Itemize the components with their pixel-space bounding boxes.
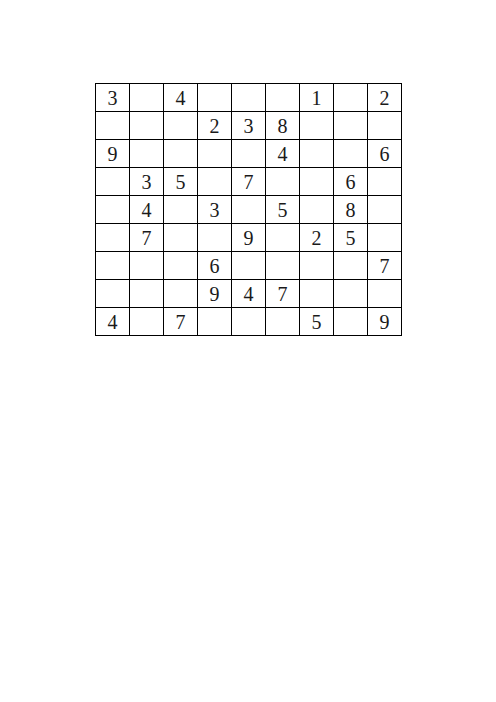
cell-r1c9[interactable]: 2 xyxy=(368,84,402,112)
cell-r6c1[interactable] xyxy=(96,224,130,252)
given-digit: 7 xyxy=(176,312,186,332)
cell-r3c7[interactable] xyxy=(300,140,334,168)
given-digit: 8 xyxy=(346,200,356,220)
cell-r8c1[interactable] xyxy=(96,280,130,308)
given-digit: 4 xyxy=(142,200,152,220)
given-digit: 9 xyxy=(108,144,118,164)
cell-r2c7[interactable] xyxy=(300,112,334,140)
given-digit: 5 xyxy=(176,172,186,192)
cell-r1c7[interactable]: 1 xyxy=(300,84,334,112)
cell-r5c3[interactable] xyxy=(164,196,198,224)
given-digit: 9 xyxy=(210,284,220,304)
given-digit: 2 xyxy=(380,88,390,108)
cell-r6c7[interactable]: 2 xyxy=(300,224,334,252)
given-digit: 5 xyxy=(312,312,322,332)
cell-r7c7[interactable] xyxy=(300,252,334,280)
cell-r4c1[interactable] xyxy=(96,168,130,196)
cell-r9c1[interactable]: 4 xyxy=(96,308,130,336)
cell-r4c3[interactable]: 5 xyxy=(164,168,198,196)
cell-r2c5[interactable]: 3 xyxy=(232,112,266,140)
cell-r9c2[interactable] xyxy=(130,308,164,336)
cell-r7c3[interactable] xyxy=(164,252,198,280)
cell-r3c4[interactable] xyxy=(198,140,232,168)
cell-r7c4[interactable]: 6 xyxy=(198,252,232,280)
cell-r8c8[interactable] xyxy=(334,280,368,308)
cell-r1c6[interactable] xyxy=(266,84,300,112)
cell-r7c9[interactable]: 7 xyxy=(368,252,402,280)
cell-r6c2[interactable]: 7 xyxy=(130,224,164,252)
given-digit: 5 xyxy=(346,228,356,248)
cell-r1c3[interactable]: 4 xyxy=(164,84,198,112)
given-digit: 6 xyxy=(210,256,220,276)
cell-r2c4[interactable]: 2 xyxy=(198,112,232,140)
cell-r3c5[interactable] xyxy=(232,140,266,168)
given-digit: 6 xyxy=(380,144,390,164)
cell-r5c9[interactable] xyxy=(368,196,402,224)
cell-r7c6[interactable] xyxy=(266,252,300,280)
given-digit: 5 xyxy=(278,200,288,220)
given-digit: 4 xyxy=(244,284,254,304)
cell-r5c7[interactable] xyxy=(300,196,334,224)
cell-r4c6[interactable] xyxy=(266,168,300,196)
given-digit: 2 xyxy=(312,228,322,248)
cell-r9c8[interactable] xyxy=(334,308,368,336)
cell-r6c8[interactable]: 5 xyxy=(334,224,368,252)
given-digit: 9 xyxy=(244,228,254,248)
cell-r6c6[interactable] xyxy=(266,224,300,252)
cell-r4c4[interactable] xyxy=(198,168,232,196)
cell-r6c9[interactable] xyxy=(368,224,402,252)
cell-r6c5[interactable]: 9 xyxy=(232,224,266,252)
cell-r1c5[interactable] xyxy=(232,84,266,112)
given-digit: 7 xyxy=(380,256,390,276)
cell-r9c4[interactable] xyxy=(198,308,232,336)
cell-r9c9[interactable]: 9 xyxy=(368,308,402,336)
given-digit: 3 xyxy=(210,200,220,220)
cell-r2c9[interactable] xyxy=(368,112,402,140)
given-digit: 4 xyxy=(176,88,186,108)
cell-r1c4[interactable] xyxy=(198,84,232,112)
cell-r4c2[interactable]: 3 xyxy=(130,168,164,196)
given-digit: 3 xyxy=(108,88,118,108)
cell-r4c8[interactable]: 6 xyxy=(334,168,368,196)
cell-r4c9[interactable] xyxy=(368,168,402,196)
cell-r8c9[interactable] xyxy=(368,280,402,308)
cell-r4c7[interactable] xyxy=(300,168,334,196)
cell-r6c4[interactable] xyxy=(198,224,232,252)
given-digit: 1 xyxy=(312,88,322,108)
given-digit: 7 xyxy=(142,228,152,248)
cell-r2c8[interactable] xyxy=(334,112,368,140)
cell-r7c2[interactable] xyxy=(130,252,164,280)
cell-r2c3[interactable] xyxy=(164,112,198,140)
cell-r3c8[interactable] xyxy=(334,140,368,168)
given-digit: 6 xyxy=(346,172,356,192)
given-digit: 8 xyxy=(278,116,288,136)
cell-r3c9[interactable]: 6 xyxy=(368,140,402,168)
given-digit: 2 xyxy=(210,116,220,136)
cell-r4c5[interactable]: 7 xyxy=(232,168,266,196)
given-digit: 7 xyxy=(278,284,288,304)
cell-r8c4[interactable]: 9 xyxy=(198,280,232,308)
given-digit: 4 xyxy=(278,144,288,164)
given-digit: 3 xyxy=(244,116,254,136)
given-digit: 4 xyxy=(108,312,118,332)
cell-r8c6[interactable]: 7 xyxy=(266,280,300,308)
cell-r1c1[interactable]: 3 xyxy=(96,84,130,112)
given-digit: 9 xyxy=(380,312,390,332)
cell-r9c7[interactable]: 5 xyxy=(300,308,334,336)
cell-r7c5[interactable] xyxy=(232,252,266,280)
cell-r7c1[interactable] xyxy=(96,252,130,280)
cell-r5c4[interactable]: 3 xyxy=(198,196,232,224)
cell-r5c2[interactable]: 4 xyxy=(130,196,164,224)
cell-r8c3[interactable] xyxy=(164,280,198,308)
cell-r3c6[interactable]: 4 xyxy=(266,140,300,168)
cell-r2c2[interactable] xyxy=(130,112,164,140)
cell-r2c1[interactable] xyxy=(96,112,130,140)
cell-r6c3[interactable] xyxy=(164,224,198,252)
cell-r1c8[interactable] xyxy=(334,84,368,112)
cell-r5c8[interactable]: 8 xyxy=(334,196,368,224)
cell-r8c5[interactable]: 4 xyxy=(232,280,266,308)
cell-r5c1[interactable] xyxy=(96,196,130,224)
cell-r2c6[interactable]: 8 xyxy=(266,112,300,140)
page: 3412238946357643587925679474759 xyxy=(0,0,496,702)
sudoku-board: 3412238946357643587925679474759 xyxy=(95,83,402,336)
cell-r8c2[interactable] xyxy=(130,280,164,308)
cell-r9c6[interactable] xyxy=(266,308,300,336)
cell-r3c1[interactable]: 9 xyxy=(96,140,130,168)
cell-r5c5[interactable] xyxy=(232,196,266,224)
cell-r5c6[interactable]: 5 xyxy=(266,196,300,224)
cell-r3c3[interactable] xyxy=(164,140,198,168)
cell-r9c3[interactable]: 7 xyxy=(164,308,198,336)
given-digit: 3 xyxy=(142,172,152,192)
given-digit: 7 xyxy=(244,172,254,192)
cell-r7c8[interactable] xyxy=(334,252,368,280)
cell-r9c5[interactable] xyxy=(232,308,266,336)
cell-r8c7[interactable] xyxy=(300,280,334,308)
cell-r3c2[interactable] xyxy=(130,140,164,168)
cell-r1c2[interactable] xyxy=(130,84,164,112)
